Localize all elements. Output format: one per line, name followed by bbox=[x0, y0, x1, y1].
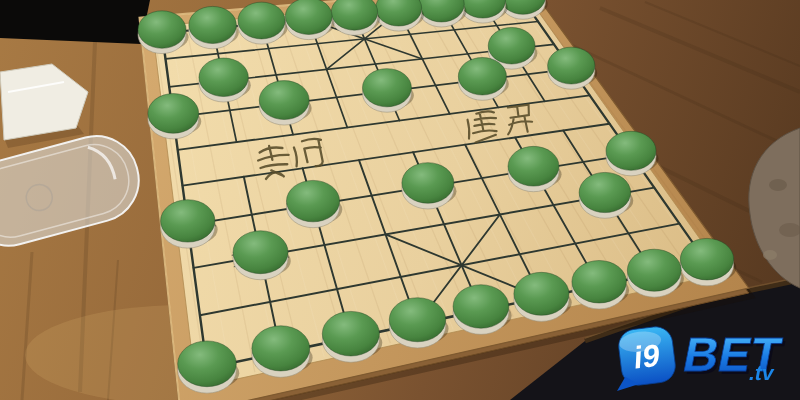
piece-top bbox=[606, 131, 656, 170]
piece-top bbox=[680, 238, 733, 280]
stone-speckle bbox=[763, 250, 777, 260]
piece-top bbox=[252, 326, 310, 371]
piece-top bbox=[161, 200, 215, 242]
piece-top bbox=[389, 298, 445, 342]
scene-photo: 楚河 漢界 i9 BET BET .tv bbox=[0, 0, 800, 400]
river-text-left: 楚河 bbox=[275, 142, 327, 171]
piece-top bbox=[453, 285, 509, 329]
photo-stage: 楚河 漢界 i9 BET BET .tv bbox=[0, 0, 800, 400]
piece-top bbox=[286, 180, 339, 221]
piece-top bbox=[259, 81, 309, 120]
stone-speckle bbox=[769, 179, 787, 191]
river-text-right: 漢界 bbox=[485, 112, 533, 138]
piece-top bbox=[285, 0, 332, 34]
piece-top bbox=[178, 341, 237, 387]
piece-top bbox=[548, 47, 595, 84]
piece-top bbox=[458, 58, 506, 96]
piece-top bbox=[199, 58, 248, 97]
piece-top bbox=[488, 27, 535, 64]
logo-suffix: .tv bbox=[747, 361, 776, 384]
watermark-logo: i9 BET BET .tv bbox=[610, 325, 789, 391]
stone-speckle bbox=[779, 223, 800, 237]
piece-top bbox=[189, 6, 237, 43]
piece-top bbox=[238, 2, 285, 39]
piece-top bbox=[148, 94, 199, 134]
piece-top bbox=[322, 311, 379, 356]
piece-top bbox=[627, 249, 681, 291]
piece-top bbox=[572, 261, 626, 303]
piece-top bbox=[362, 69, 411, 107]
logo-badge-text: i9 bbox=[633, 337, 661, 375]
piece-top bbox=[508, 146, 559, 186]
piece-top bbox=[233, 231, 288, 274]
piece-top bbox=[138, 11, 186, 48]
dark-background-corner bbox=[0, 0, 150, 44]
piece-top bbox=[402, 163, 454, 204]
piece-top bbox=[514, 272, 569, 315]
piece-top bbox=[579, 172, 631, 212]
